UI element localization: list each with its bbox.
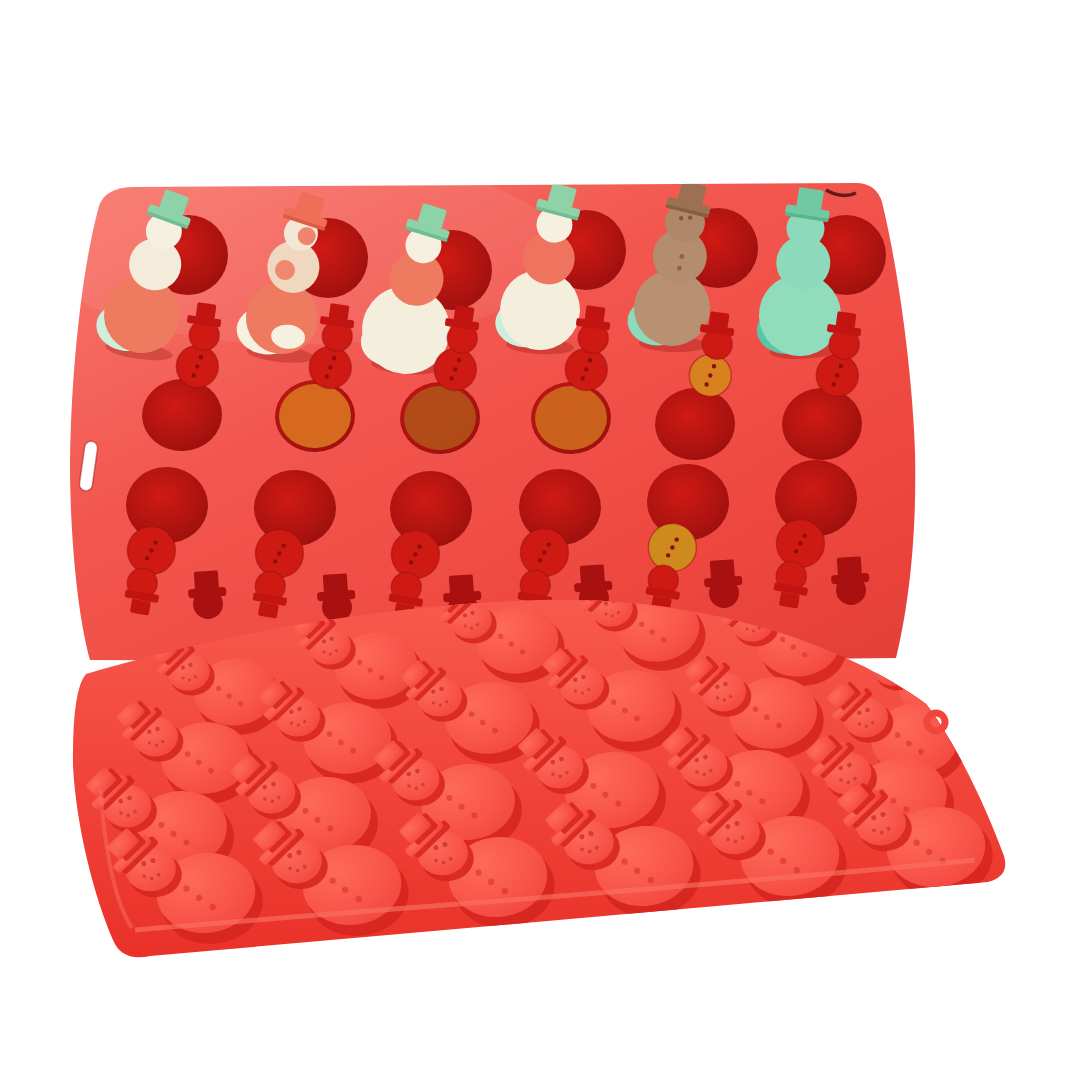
scene-svg bbox=[0, 0, 1080, 1080]
hat-crown bbox=[454, 305, 475, 322]
hat-crown bbox=[196, 302, 217, 319]
hat-crown bbox=[449, 574, 474, 595]
product-photo bbox=[0, 0, 1080, 1080]
hat-crown bbox=[580, 564, 605, 585]
hat-crown bbox=[585, 305, 606, 322]
hat-crown bbox=[836, 311, 857, 328]
hat-crown bbox=[837, 556, 862, 577]
back-mold-tray bbox=[40, 155, 915, 662]
hat-crown bbox=[796, 187, 824, 211]
hat-crown bbox=[709, 311, 730, 328]
hat-crown bbox=[323, 573, 348, 594]
hat-crown bbox=[710, 559, 735, 580]
hat-crown bbox=[194, 570, 219, 591]
hat-crown bbox=[329, 303, 350, 320]
